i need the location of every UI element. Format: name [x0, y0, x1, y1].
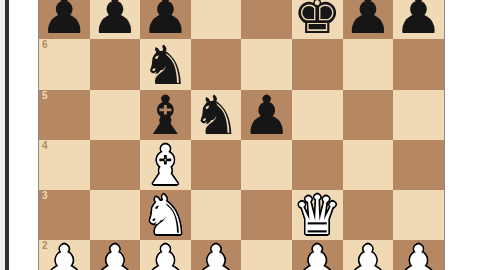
square-d3[interactable] [191, 190, 242, 240]
square-f3[interactable]: ♛ [292, 190, 343, 240]
black-pawn-g7[interactable]: ♟ [344, 0, 392, 42]
square-c5[interactable]: ♝ [140, 90, 191, 140]
square-e6[interactable] [241, 39, 292, 89]
square-c3[interactable]: ♞ [140, 190, 191, 240]
square-a6[interactable]: 6 [39, 39, 90, 89]
white-pawn-b2[interactable]: ♟ [91, 239, 139, 270]
square-c2[interactable]: ♟ [140, 240, 191, 270]
square-h3[interactable] [393, 190, 444, 240]
black-king-f7[interactable]: ♚ [293, 0, 341, 42]
square-g5[interactable] [343, 90, 394, 140]
square-h7[interactable]: ♟ [393, 0, 444, 39]
square-g3[interactable] [343, 190, 394, 240]
chess-board[interactable]: ♟♟♟♚♟♟6♞5♝♞♟4♝3♞♛2♟♟♟♟♟♟♟ [38, 0, 445, 270]
square-d2[interactable]: ♟ [191, 240, 242, 270]
square-e2[interactable] [241, 240, 292, 270]
square-f4[interactable] [292, 140, 343, 190]
square-c4[interactable]: ♝ [140, 140, 191, 190]
square-a2[interactable]: 2♟ [39, 240, 90, 270]
square-b3[interactable] [90, 190, 141, 240]
square-b2[interactable]: ♟ [90, 240, 141, 270]
square-f5[interactable] [292, 90, 343, 140]
square-b4[interactable] [90, 140, 141, 190]
square-b5[interactable] [90, 90, 141, 140]
square-f7[interactable]: ♚ [292, 0, 343, 39]
black-knight-d5[interactable]: ♞ [192, 89, 240, 143]
rank-label-5: 5 [42, 91, 48, 101]
rank-label-6: 6 [42, 40, 48, 50]
square-e3[interactable] [241, 190, 292, 240]
white-pawn-f2[interactable]: ♟ [293, 239, 341, 270]
white-pawn-a2[interactable]: ♟ [40, 239, 88, 270]
window-edge-rule [5, 0, 9, 270]
page: ♟♟♟♚♟♟6♞5♝♞♟4♝3♞♛2♟♟♟♟♟♟♟ [0, 0, 480, 270]
black-pawn-h7[interactable]: ♟ [394, 0, 442, 42]
square-h6[interactable] [393, 39, 444, 89]
square-b7[interactable]: ♟ [90, 0, 141, 39]
black-pawn-e5[interactable]: ♟ [242, 89, 290, 143]
square-e7[interactable] [241, 0, 292, 39]
square-h4[interactable] [393, 140, 444, 190]
square-g6[interactable] [343, 39, 394, 89]
square-h2[interactable]: ♟ [393, 240, 444, 270]
black-pawn-b7[interactable]: ♟ [91, 0, 139, 42]
square-e4[interactable] [241, 140, 292, 190]
rank-label-4: 4 [42, 141, 48, 151]
square-a3[interactable]: 3 [39, 190, 90, 240]
white-pawn-g2[interactable]: ♟ [344, 239, 392, 270]
square-e5[interactable]: ♟ [241, 90, 292, 140]
square-g4[interactable] [343, 140, 394, 190]
square-f2[interactable]: ♟ [292, 240, 343, 270]
square-g2[interactable]: ♟ [343, 240, 394, 270]
square-d6[interactable] [191, 39, 242, 89]
white-pawn-h2[interactable]: ♟ [394, 239, 442, 270]
square-a5[interactable]: 5 [39, 90, 90, 140]
white-pawn-c2[interactable]: ♟ [141, 239, 189, 270]
square-h5[interactable] [393, 90, 444, 140]
square-d4[interactable] [191, 140, 242, 190]
square-a4[interactable]: 4 [39, 140, 90, 190]
rank-label-3: 3 [42, 191, 48, 201]
black-pawn-a7[interactable]: ♟ [40, 0, 88, 42]
square-d7[interactable] [191, 0, 242, 39]
square-g7[interactable]: ♟ [343, 0, 394, 39]
white-pawn-d2[interactable]: ♟ [192, 239, 240, 270]
square-b6[interactable] [90, 39, 141, 89]
square-d5[interactable]: ♞ [191, 90, 242, 140]
board-grid: ♟♟♟♚♟♟6♞5♝♞♟4♝3♞♛2♟♟♟♟♟♟♟ [39, 0, 444, 270]
square-a7[interactable]: ♟ [39, 0, 90, 39]
square-c6[interactable]: ♞ [140, 39, 191, 89]
square-f6[interactable] [292, 39, 343, 89]
